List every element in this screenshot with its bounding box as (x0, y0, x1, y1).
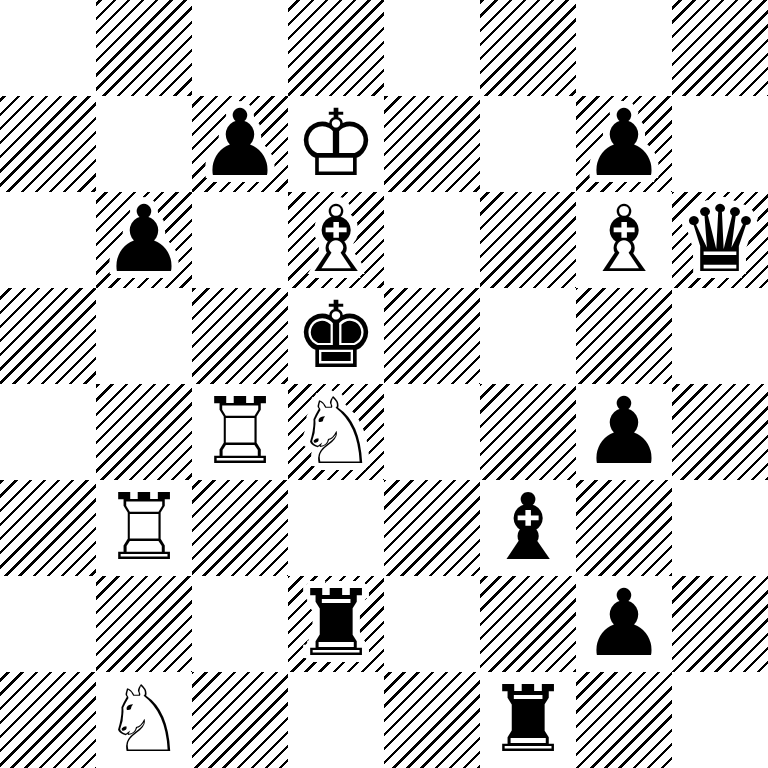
piece-white-king[interactable]: ♚♔ (288, 96, 384, 192)
square-b7[interactable] (96, 96, 192, 192)
piece-glyph: ♟ (583, 96, 665, 192)
piece-black-pawn[interactable]: ♟♟ (192, 96, 288, 192)
square-a6[interactable] (0, 192, 96, 288)
square-c1[interactable] (192, 672, 288, 768)
square-c3[interactable] (192, 480, 288, 576)
square-a2[interactable] (0, 576, 96, 672)
piece-black-rook[interactable]: ♜♜ (288, 576, 384, 672)
square-e3[interactable] (384, 480, 480, 576)
square-f2[interactable] (480, 576, 576, 672)
square-g1[interactable] (576, 672, 672, 768)
square-c4[interactable]: ♜♖ (192, 384, 288, 480)
square-e7[interactable] (384, 96, 480, 192)
piece-glyph: ♖ (103, 480, 185, 576)
square-d3[interactable] (288, 480, 384, 576)
square-a7[interactable] (0, 96, 96, 192)
piece-black-pawn[interactable]: ♟♟ (576, 384, 672, 480)
piece-glyph: ♗ (583, 192, 665, 288)
piece-white-knight[interactable]: ♞♘ (96, 672, 192, 768)
square-b6[interactable]: ♟♟ (96, 192, 192, 288)
square-d7[interactable]: ♚♔ (288, 96, 384, 192)
square-a8[interactable] (0, 0, 96, 96)
square-f8[interactable] (480, 0, 576, 96)
square-a5[interactable] (0, 288, 96, 384)
square-g7[interactable]: ♟♟ (576, 96, 672, 192)
piece-white-rook[interactable]: ♜♖ (192, 384, 288, 480)
square-h5[interactable] (672, 288, 768, 384)
square-e5[interactable] (384, 288, 480, 384)
square-b2[interactable] (96, 576, 192, 672)
piece-glyph: ♟ (199, 96, 281, 192)
square-d1[interactable] (288, 672, 384, 768)
square-b4[interactable] (96, 384, 192, 480)
square-c2[interactable] (192, 576, 288, 672)
square-h1[interactable] (672, 672, 768, 768)
square-f1[interactable]: ♜♜ (480, 672, 576, 768)
square-f4[interactable] (480, 384, 576, 480)
piece-glyph: ♘ (295, 384, 377, 480)
piece-glyph: ♘ (103, 672, 185, 768)
piece-glyph: ♝ (487, 480, 569, 576)
piece-glyph: ♔ (295, 96, 377, 192)
square-g6[interactable]: ♝♗ (576, 192, 672, 288)
square-c7[interactable]: ♟♟ (192, 96, 288, 192)
piece-white-knight[interactable]: ♞♘ (288, 384, 384, 480)
square-b3[interactable]: ♜♖ (96, 480, 192, 576)
piece-glyph: ♚ (295, 288, 377, 384)
piece-glyph: ♛ (679, 192, 761, 288)
square-a3[interactable] (0, 480, 96, 576)
piece-black-pawn[interactable]: ♟♟ (96, 192, 192, 288)
square-h4[interactable] (672, 384, 768, 480)
square-d4[interactable]: ♞♘ (288, 384, 384, 480)
piece-white-rook[interactable]: ♜♖ (96, 480, 192, 576)
square-h8[interactable] (672, 0, 768, 96)
square-b1[interactable]: ♞♘ (96, 672, 192, 768)
square-e1[interactable] (384, 672, 480, 768)
square-c6[interactable] (192, 192, 288, 288)
square-g8[interactable] (576, 0, 672, 96)
piece-black-king[interactable]: ♚♚ (288, 288, 384, 384)
square-f5[interactable] (480, 288, 576, 384)
square-f6[interactable] (480, 192, 576, 288)
piece-black-pawn[interactable]: ♟♟ (576, 96, 672, 192)
piece-black-queen[interactable]: ♛♛ (672, 192, 768, 288)
square-g4[interactable]: ♟♟ (576, 384, 672, 480)
square-d8[interactable] (288, 0, 384, 96)
square-d6[interactable]: ♝♗ (288, 192, 384, 288)
square-e6[interactable] (384, 192, 480, 288)
square-b8[interactable] (96, 0, 192, 96)
piece-white-bishop[interactable]: ♝♗ (288, 192, 384, 288)
square-b5[interactable] (96, 288, 192, 384)
piece-black-rook[interactable]: ♜♜ (480, 672, 576, 768)
square-c8[interactable] (192, 0, 288, 96)
piece-glyph: ♟ (103, 192, 185, 288)
square-h3[interactable] (672, 480, 768, 576)
piece-glyph: ♜ (295, 576, 377, 672)
square-e8[interactable] (384, 0, 480, 96)
square-a1[interactable] (0, 672, 96, 768)
piece-glyph: ♟ (583, 384, 665, 480)
square-c5[interactable] (192, 288, 288, 384)
square-e4[interactable] (384, 384, 480, 480)
square-d5[interactable]: ♚♚ (288, 288, 384, 384)
piece-glyph: ♖ (199, 384, 281, 480)
square-d2[interactable]: ♜♜ (288, 576, 384, 672)
square-f7[interactable] (480, 96, 576, 192)
square-h2[interactable] (672, 576, 768, 672)
square-e2[interactable] (384, 576, 480, 672)
square-h6[interactable]: ♛♛ (672, 192, 768, 288)
square-g2[interactable]: ♟♟ (576, 576, 672, 672)
piece-black-bishop[interactable]: ♝♝ (480, 480, 576, 576)
piece-glyph: ♟ (583, 576, 665, 672)
piece-glyph: ♗ (295, 192, 377, 288)
chess-board: ♟♟♚♔♟♟♟♟♝♗♝♗♛♛♚♚♜♖♞♘♟♟♜♖♝♝♜♜♟♟♞♘♜♜ (0, 0, 768, 768)
square-f3[interactable]: ♝♝ (480, 480, 576, 576)
square-g3[interactable] (576, 480, 672, 576)
square-g5[interactable] (576, 288, 672, 384)
square-h7[interactable] (672, 96, 768, 192)
piece-black-pawn[interactable]: ♟♟ (576, 576, 672, 672)
piece-white-bishop[interactable]: ♝♗ (576, 192, 672, 288)
square-a4[interactable] (0, 384, 96, 480)
piece-glyph: ♜ (487, 672, 569, 768)
